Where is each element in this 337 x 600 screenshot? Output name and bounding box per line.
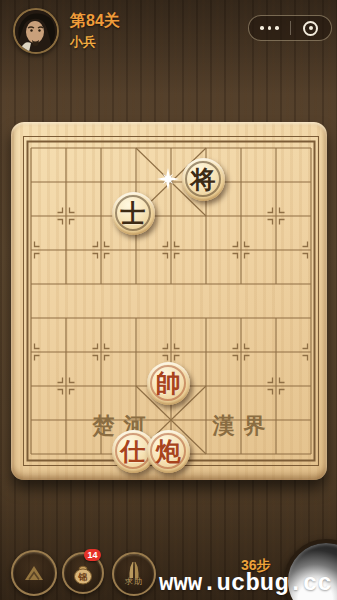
piece-character: 帥	[156, 371, 181, 396]
close-icon	[303, 21, 318, 36]
piece-red-general[interactable]: 帥	[147, 362, 190, 405]
watermark-text: www.ucbug.cc	[159, 570, 332, 597]
piece-character: 仕	[121, 439, 146, 464]
level-title: 第84关	[70, 11, 120, 32]
help-label: 求助	[125, 576, 143, 587]
piece-character: 炮	[156, 439, 181, 464]
close-button[interactable]	[291, 16, 332, 40]
piece-red-cannon[interactable]: 炮	[147, 430, 190, 473]
river-text-right: 漢界	[189, 411, 289, 441]
hint-count-badge: 14	[84, 549, 101, 561]
help-button[interactable]: 求助	[112, 552, 156, 596]
collapse-button[interactable]	[11, 550, 57, 596]
chevron-up-icon	[21, 560, 47, 586]
capsule-menu	[248, 15, 332, 41]
money-bag-icon: 锦	[70, 560, 96, 586]
avatar-image	[15, 10, 57, 52]
piece-character: 将	[191, 167, 216, 192]
highlight-sparkle-icon	[157, 168, 179, 190]
bag-character: 锦	[78, 572, 88, 582]
piece-black-advisor[interactable]: 士	[112, 192, 155, 235]
rank-label: 小兵	[70, 33, 96, 51]
app-screen: 第84关 小兵 楚河 漢界 将士帥仕炮 锦 14	[0, 0, 337, 600]
more-icon	[260, 26, 279, 30]
more-button[interactable]	[249, 16, 290, 40]
xiangqi-board[interactable]: 楚河 漢界 将士帥仕炮	[11, 122, 327, 480]
piece-character: 士	[121, 201, 146, 226]
player-avatar[interactable]	[13, 8, 59, 54]
piece-black-general[interactable]: 将	[182, 158, 225, 201]
